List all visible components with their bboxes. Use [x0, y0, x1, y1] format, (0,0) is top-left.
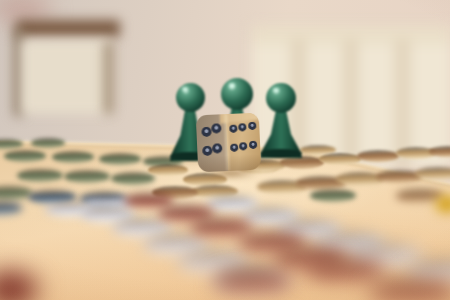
board-hole	[305, 258, 385, 283]
board-hole	[429, 146, 450, 157]
board-hole	[369, 279, 450, 300]
board-hole	[31, 138, 65, 148]
board-hole	[214, 270, 292, 294]
board-hole	[64, 170, 110, 183]
board-hole	[415, 167, 450, 180]
board-hole	[4, 150, 46, 162]
board-hole	[124, 193, 174, 208]
board-hole	[148, 164, 188, 176]
green-pawn-3[interactable]	[255, 83, 307, 158]
pawn-head	[221, 78, 253, 110]
pawn-base	[260, 149, 302, 158]
board-hole	[319, 153, 361, 165]
board-hole	[190, 218, 252, 237]
die-bottom-shade	[196, 113, 261, 173]
board-hole	[99, 153, 141, 165]
pawn-head	[266, 83, 296, 113]
boardgame-photo-scene	[0, 0, 450, 300]
board-hole	[111, 172, 155, 185]
board-hole	[17, 169, 63, 182]
door-jamb	[104, 42, 113, 114]
board-hole	[310, 189, 356, 202]
pawn-head	[176, 83, 205, 112]
board-hole	[52, 151, 94, 163]
door-lintel	[16, 20, 120, 37]
board-hole	[112, 219, 172, 237]
wooden-die[interactable]	[196, 113, 261, 173]
board-hole	[357, 150, 399, 162]
door-panel	[22, 40, 110, 114]
pawn-specular-highlight	[229, 83, 235, 87]
board-hole	[206, 196, 258, 211]
